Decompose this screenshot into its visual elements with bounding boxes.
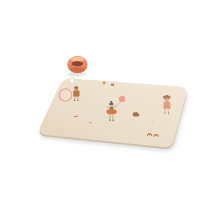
doll-girl-shoe — [168, 113, 169, 114]
ring-slot — [72, 61, 84, 66]
orange-dot-illustration — [103, 81, 106, 84]
faint-dot-illustration — [152, 121, 154, 123]
ballerina-bun — [110, 101, 112, 103]
doll-girl-face — [165, 98, 168, 101]
ring-inner-shade — [70, 67, 85, 72]
doll-girl-bun — [169, 96, 171, 98]
placemat-hole — [70, 78, 75, 83]
ring-highlight — [71, 57, 85, 61]
hoop-doll-foot — [77, 100, 78, 101]
placemat-scene — [0, 0, 220, 220]
product-photo — [0, 0, 220, 220]
ballerina-tutu — [106, 109, 116, 114]
balloon — [119, 96, 125, 102]
hoop-doll-body — [73, 90, 79, 96]
doll-girl-shoe — [164, 112, 165, 113]
doll-girl-bun — [163, 96, 165, 98]
ballerina-shoe — [109, 120, 111, 122]
ballerina-shoe — [112, 120, 114, 122]
hoop-doll-foot — [74, 100, 75, 101]
hedgehog-snout — [138, 115, 139, 116]
doll-girl-dress-dot — [165, 104, 166, 105]
doll-girl-dress-dot — [168, 105, 169, 106]
silicone-ring — [67, 56, 88, 76]
